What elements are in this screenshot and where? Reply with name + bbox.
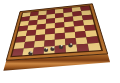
chessboard-svg — [0, 0, 120, 83]
chessboard-product-image — [0, 0, 120, 83]
field-shading — [12, 6, 101, 56]
